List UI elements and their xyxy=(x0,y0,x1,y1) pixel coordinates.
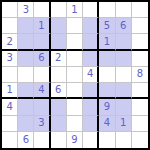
cell-r5c7[interactable] xyxy=(99,67,115,83)
cell-r5c6[interactable]: 4 xyxy=(83,67,99,83)
cell-r1c7[interactable] xyxy=(99,2,115,18)
cell-r3c7[interactable]: 1 xyxy=(99,34,115,50)
cell-r9c8[interactable] xyxy=(116,132,132,148)
cell-r7c3[interactable] xyxy=(34,99,50,115)
cell-r4c4[interactable]: 2 xyxy=(51,51,67,67)
cell-r5c5[interactable] xyxy=(67,67,83,83)
cell-r8c9[interactable] xyxy=(132,116,148,132)
cell-r5c4[interactable] xyxy=(51,67,67,83)
cell-r7c1[interactable]: 4 xyxy=(2,99,18,115)
cell-r6c5[interactable] xyxy=(67,83,83,99)
cell-r5c1[interactable] xyxy=(2,67,18,83)
cell-r7c6[interactable] xyxy=(83,99,99,115)
cell-r8c8[interactable]: 1 xyxy=(116,116,132,132)
cell-r8c3[interactable]: 3 xyxy=(34,116,50,132)
cell-r7c7[interactable]: 9 xyxy=(99,99,115,115)
cell-r6c7[interactable] xyxy=(99,83,115,99)
cell-r2c4[interactable] xyxy=(51,18,67,34)
cell-r3c1[interactable]: 2 xyxy=(2,34,18,50)
cell-r3c5[interactable] xyxy=(67,34,83,50)
cell-r8c5[interactable] xyxy=(67,116,83,132)
cell-r9c1[interactable] xyxy=(2,132,18,148)
cell-r8c2[interactable] xyxy=(18,116,34,132)
cell-r5c9[interactable]: 8 xyxy=(132,67,148,83)
cell-r8c4[interactable] xyxy=(51,116,67,132)
cell-r7c9[interactable] xyxy=(132,99,148,115)
cell-r2c5[interactable] xyxy=(67,18,83,34)
cell-r9c4[interactable] xyxy=(51,132,67,148)
cell-r4c7[interactable] xyxy=(99,51,115,67)
cell-r1c5[interactable]: 1 xyxy=(67,2,83,18)
cell-r9c3[interactable] xyxy=(34,132,50,148)
cell-r9c7[interactable] xyxy=(99,132,115,148)
sudoku-board: 3115621362481464934169 xyxy=(0,0,150,150)
cell-r4c1[interactable]: 3 xyxy=(2,51,18,67)
cell-r7c5[interactable] xyxy=(67,99,83,115)
cell-r9c6[interactable] xyxy=(83,132,99,148)
cell-r8c6[interactable] xyxy=(83,116,99,132)
cell-r5c8[interactable] xyxy=(116,67,132,83)
cell-r4c9[interactable] xyxy=(132,51,148,67)
cell-r6c1[interactable]: 1 xyxy=(2,83,18,99)
cell-r7c2[interactable] xyxy=(18,99,34,115)
cell-r8c7[interactable]: 4 xyxy=(99,116,115,132)
cell-r1c6[interactable] xyxy=(83,2,99,18)
cell-r6c3[interactable]: 4 xyxy=(34,83,50,99)
cell-r2c7[interactable]: 5 xyxy=(99,18,115,34)
cell-r1c1[interactable] xyxy=(2,2,18,18)
cell-r6c9[interactable] xyxy=(132,83,148,99)
cell-r3c6[interactable] xyxy=(83,34,99,50)
cell-r5c3[interactable] xyxy=(34,67,50,83)
cell-r2c9[interactable] xyxy=(132,18,148,34)
cell-r2c2[interactable] xyxy=(18,18,34,34)
cell-r7c8[interactable] xyxy=(116,99,132,115)
cell-r7c4[interactable] xyxy=(51,99,67,115)
cell-r9c5[interactable]: 9 xyxy=(67,132,83,148)
cell-r1c3[interactable] xyxy=(34,2,50,18)
cell-r3c3[interactable] xyxy=(34,34,50,50)
cell-r6c6[interactable] xyxy=(83,83,99,99)
cell-r3c4[interactable] xyxy=(51,34,67,50)
cell-r4c6[interactable] xyxy=(83,51,99,67)
cell-r1c2[interactable]: 3 xyxy=(18,2,34,18)
cell-r9c2[interactable]: 6 xyxy=(18,132,34,148)
cell-r3c8[interactable] xyxy=(116,34,132,50)
sudoku-board-container: 3115621362481464934169 xyxy=(0,0,150,150)
cell-r4c8[interactable] xyxy=(116,51,132,67)
cell-r1c8[interactable] xyxy=(116,2,132,18)
cell-r2c3[interactable]: 1 xyxy=(34,18,50,34)
cell-r5c2[interactable] xyxy=(18,67,34,83)
cell-r3c2[interactable] xyxy=(18,34,34,50)
cell-r6c8[interactable] xyxy=(116,83,132,99)
cell-r4c5[interactable] xyxy=(67,51,83,67)
cell-r2c1[interactable] xyxy=(2,18,18,34)
cell-r2c6[interactable] xyxy=(83,18,99,34)
cell-r6c2[interactable] xyxy=(18,83,34,99)
cell-r1c4[interactable] xyxy=(51,2,67,18)
cell-r9c9[interactable] xyxy=(132,132,148,148)
cell-r6c4[interactable]: 6 xyxy=(51,83,67,99)
cell-r4c3[interactable]: 6 xyxy=(34,51,50,67)
cell-r3c9[interactable] xyxy=(132,34,148,50)
cell-r2c8[interactable]: 6 xyxy=(116,18,132,34)
cell-r1c9[interactable] xyxy=(132,2,148,18)
cell-r4c2[interactable] xyxy=(18,51,34,67)
cell-r8c1[interactable] xyxy=(2,116,18,132)
